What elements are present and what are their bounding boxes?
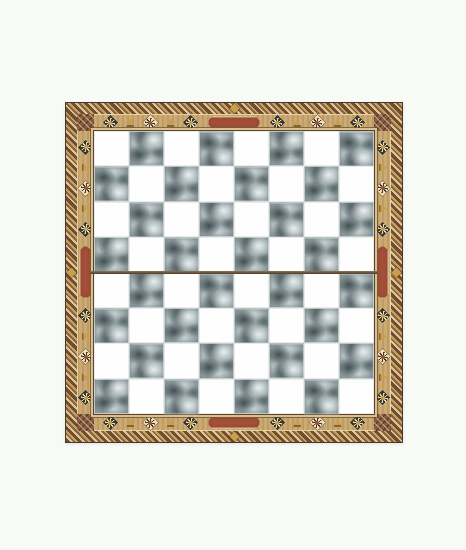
square-g3 bbox=[304, 308, 339, 343]
square-f8 bbox=[269, 131, 304, 166]
rosette-dark-icon bbox=[375, 222, 390, 237]
square-h8 bbox=[339, 131, 374, 166]
square-b7 bbox=[129, 166, 164, 201]
corner-lattice-top-right bbox=[374, 114, 391, 131]
photo-background bbox=[0, 0, 466, 550]
square-e6 bbox=[234, 202, 269, 237]
square-h3 bbox=[339, 308, 374, 343]
rosette-dark-icon bbox=[375, 390, 390, 405]
rosette-light-icon bbox=[375, 349, 390, 364]
square-f5 bbox=[269, 237, 304, 272]
tree-icon bbox=[293, 118, 301, 127]
rosette-dark-icon bbox=[103, 415, 118, 430]
square-g8 bbox=[304, 131, 339, 166]
rosette-light-icon bbox=[143, 415, 158, 430]
square-a5 bbox=[94, 237, 129, 272]
square-b8 bbox=[129, 131, 164, 166]
rosette-dark-icon bbox=[270, 115, 285, 130]
tree-icon bbox=[81, 332, 90, 340]
square-c6 bbox=[164, 202, 199, 237]
hinge-seam bbox=[90, 271, 378, 274]
square-g2 bbox=[304, 343, 339, 378]
square-g4 bbox=[304, 273, 339, 308]
tree-icon bbox=[126, 418, 134, 427]
square-g1 bbox=[304, 379, 339, 414]
tree-icon bbox=[167, 118, 175, 127]
rosette-dark-icon bbox=[78, 222, 93, 237]
square-b1 bbox=[129, 379, 164, 414]
rosette-light-icon bbox=[143, 115, 158, 130]
tree-icon bbox=[126, 118, 134, 127]
tree-icon bbox=[167, 418, 175, 427]
square-d3 bbox=[199, 308, 234, 343]
square-e5 bbox=[234, 237, 269, 272]
square-a4 bbox=[94, 273, 129, 308]
square-c2 bbox=[164, 343, 199, 378]
square-a1 bbox=[94, 379, 129, 414]
square-d1 bbox=[199, 379, 234, 414]
cartouche-icon bbox=[207, 116, 261, 129]
square-a7 bbox=[94, 166, 129, 201]
square-c5 bbox=[164, 237, 199, 272]
square-f4 bbox=[269, 273, 304, 308]
chessboard bbox=[65, 102, 403, 443]
rosette-dark-icon bbox=[350, 115, 365, 130]
square-e3 bbox=[234, 308, 269, 343]
frame-strip-top bbox=[94, 114, 374, 131]
tree-icon bbox=[378, 164, 387, 172]
square-a8 bbox=[94, 131, 129, 166]
square-c3 bbox=[164, 308, 199, 343]
cartouche-icon bbox=[207, 416, 261, 429]
square-e1 bbox=[234, 379, 269, 414]
square-f6 bbox=[269, 202, 304, 237]
square-h6 bbox=[339, 202, 374, 237]
rosette-dark-icon bbox=[350, 415, 365, 430]
rosette-dark-icon bbox=[78, 390, 93, 405]
rosette-dark-icon bbox=[78, 140, 93, 155]
rosette-light-icon bbox=[375, 181, 390, 196]
square-b4 bbox=[129, 273, 164, 308]
square-g7 bbox=[304, 166, 339, 201]
square-b3 bbox=[129, 308, 164, 343]
square-h2 bbox=[339, 343, 374, 378]
page-background: { "game": "chess", "title": "Inlaid marq… bbox=[0, 0, 466, 550]
square-e4 bbox=[234, 273, 269, 308]
rosette-dark-icon bbox=[375, 308, 390, 323]
square-c8 bbox=[164, 131, 199, 166]
square-e2 bbox=[234, 343, 269, 378]
square-d8 bbox=[199, 131, 234, 166]
square-f3 bbox=[269, 308, 304, 343]
square-c7 bbox=[164, 166, 199, 201]
tree-icon bbox=[81, 205, 90, 213]
square-g6 bbox=[304, 202, 339, 237]
square-b6 bbox=[129, 202, 164, 237]
rosette-dark-icon bbox=[78, 308, 93, 323]
square-d5 bbox=[199, 237, 234, 272]
square-c4 bbox=[164, 273, 199, 308]
tree-icon bbox=[334, 418, 342, 427]
square-c1 bbox=[164, 379, 199, 414]
square-h1 bbox=[339, 379, 374, 414]
square-d2 bbox=[199, 343, 234, 378]
square-a3 bbox=[94, 308, 129, 343]
rosette-light-icon bbox=[78, 181, 93, 196]
tree-icon bbox=[334, 118, 342, 127]
square-h4 bbox=[339, 273, 374, 308]
frame-strip-bottom bbox=[94, 414, 374, 431]
square-a6 bbox=[94, 202, 129, 237]
corner-lattice-bottom-right bbox=[374, 414, 391, 431]
square-d7 bbox=[199, 166, 234, 201]
corner-lattice-bottom-left bbox=[77, 414, 94, 431]
tree-icon bbox=[378, 205, 387, 213]
rosette-dark-icon bbox=[103, 115, 118, 130]
rosette-light-icon bbox=[310, 115, 325, 130]
square-d6 bbox=[199, 202, 234, 237]
square-b5 bbox=[129, 237, 164, 272]
square-a2 bbox=[94, 343, 129, 378]
rosette-dark-icon bbox=[270, 415, 285, 430]
square-e8 bbox=[234, 131, 269, 166]
tree-icon bbox=[81, 373, 90, 381]
tree-icon bbox=[81, 164, 90, 172]
square-f1 bbox=[269, 379, 304, 414]
square-h5 bbox=[339, 237, 374, 272]
square-b2 bbox=[129, 343, 164, 378]
tree-icon bbox=[378, 332, 387, 340]
rosette-dark-icon bbox=[183, 115, 198, 130]
square-h7 bbox=[339, 166, 374, 201]
square-f7 bbox=[269, 166, 304, 201]
rosette-dark-icon bbox=[375, 140, 390, 155]
tree-icon bbox=[378, 373, 387, 381]
square-e7 bbox=[234, 166, 269, 201]
rosette-light-icon bbox=[78, 349, 93, 364]
square-d4 bbox=[199, 273, 234, 308]
playing-field bbox=[94, 131, 374, 414]
square-g5 bbox=[304, 237, 339, 272]
square-f2 bbox=[269, 343, 304, 378]
rosette-light-icon bbox=[310, 415, 325, 430]
corner-lattice-top-left bbox=[77, 114, 94, 131]
rosette-dark-icon bbox=[183, 415, 198, 430]
tree-icon bbox=[293, 418, 301, 427]
